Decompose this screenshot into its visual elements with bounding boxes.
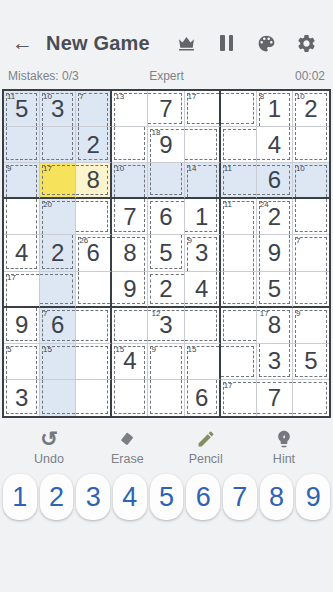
cage-sum: 10 bbox=[296, 92, 305, 101]
crown-icon[interactable] bbox=[176, 33, 197, 54]
cell-r1c8[interactable]: 81 bbox=[257, 91, 293, 127]
cell-r3c7[interactable]: 11 bbox=[221, 163, 257, 199]
cell-r6c4[interactable]: 9 bbox=[112, 272, 148, 308]
cell-r4c4[interactable]: 7 bbox=[112, 199, 148, 235]
cell-r4c3[interactable] bbox=[76, 199, 112, 235]
cage-sum: 7 bbox=[79, 92, 83, 101]
cell-r2c7[interactable] bbox=[221, 127, 257, 163]
cell-r3c1[interactable]: 9 bbox=[4, 163, 40, 199]
cell-r3c4[interactable]: 10 bbox=[112, 163, 148, 199]
lightbulb-icon bbox=[274, 428, 294, 450]
undo-button[interactable]: ↺ Undo bbox=[14, 428, 84, 466]
numpad-8[interactable]: 8 bbox=[260, 474, 294, 520]
numpad-7[interactable]: 7 bbox=[223, 474, 257, 520]
cell-r5c1[interactable]: 4 bbox=[4, 235, 40, 271]
timer: 00:02 bbox=[219, 69, 325, 83]
cage-sum: 9 bbox=[151, 345, 155, 354]
cell-r5c6[interactable]: 93 bbox=[185, 235, 221, 271]
cell-r8c9[interactable]: 5 bbox=[293, 344, 329, 380]
cell-r6c3[interactable] bbox=[76, 272, 112, 308]
cell-r7c3[interactable] bbox=[76, 308, 112, 344]
cage-sum: 20 bbox=[43, 200, 52, 209]
cell-r2c4[interactable] bbox=[112, 127, 148, 163]
cell-r6c2[interactable] bbox=[40, 272, 76, 308]
cage-sum: 17 bbox=[43, 164, 52, 173]
cell-r4c7[interactable]: 11 bbox=[221, 199, 257, 235]
cage-sum: 11 bbox=[7, 92, 15, 101]
cell-r4c8[interactable]: 242 bbox=[257, 199, 293, 235]
cell-r5c5[interactable]: 5 bbox=[148, 235, 184, 271]
cage-sum: 26 bbox=[79, 236, 88, 245]
numpad-5[interactable]: 5 bbox=[150, 474, 184, 520]
hint-button[interactable]: Hint bbox=[249, 428, 319, 466]
numpad: 123456789 bbox=[0, 474, 333, 520]
cell-r8c3[interactable] bbox=[76, 344, 112, 380]
difficulty-label: Expert bbox=[114, 69, 220, 83]
numpad-2[interactable]: 2 bbox=[40, 474, 74, 520]
cell-value: 9 bbox=[112, 272, 147, 306]
sudoku-board: 1151037137178110221894917810141161020761… bbox=[2, 89, 331, 418]
cage-sum: 24 bbox=[260, 200, 269, 209]
cell-value: 3 bbox=[257, 344, 292, 379]
cage-sum: 7 bbox=[296, 236, 300, 245]
pause-icon[interactable] bbox=[216, 33, 237, 54]
cage-sum: 12 bbox=[151, 309, 160, 318]
cell-r3c9[interactable]: 10 bbox=[293, 163, 329, 199]
cell-r9c9[interactable] bbox=[293, 380, 329, 416]
cage-sum: 9 bbox=[7, 164, 11, 173]
cage-sum: 10 bbox=[296, 164, 305, 173]
undo-icon: ↺ bbox=[40, 428, 58, 450]
cell-r9c4[interactable] bbox=[112, 380, 148, 416]
cell-r6c8[interactable]: 5 bbox=[257, 272, 293, 308]
cell-value: 5 bbox=[148, 235, 183, 270]
palette-icon[interactable] bbox=[256, 33, 277, 54]
cage-sum: 9 bbox=[188, 236, 192, 245]
numpad-6[interactable]: 6 bbox=[186, 474, 220, 520]
cell-r4c2[interactable]: 20 bbox=[40, 199, 76, 235]
cell-r9c7[interactable]: 17 bbox=[221, 380, 257, 416]
cage-sum: 11 bbox=[224, 200, 232, 209]
cage-sum: 7 bbox=[43, 309, 47, 318]
cell-r6c6[interactable]: 4 bbox=[185, 272, 221, 308]
cell-value: 3 bbox=[4, 380, 39, 416]
cell-value: 1 bbox=[185, 199, 219, 234]
cell-r9c3[interactable] bbox=[76, 380, 112, 416]
status-bar: Mistakes: 0/3 Expert 00:02 bbox=[8, 68, 325, 84]
cell-r4c1[interactable] bbox=[4, 199, 40, 235]
cell-r9c1[interactable]: 3 bbox=[4, 380, 40, 416]
cage-sum: 5 bbox=[7, 345, 11, 354]
cell-r4c5[interactable]: 6 bbox=[148, 199, 184, 235]
page-title: New Game bbox=[46, 32, 150, 55]
cell-r2c3[interactable]: 2 bbox=[76, 127, 112, 163]
header: ← New Game bbox=[12, 26, 321, 60]
cage-sum: 17 bbox=[188, 92, 197, 101]
cell-value: 7 bbox=[257, 380, 292, 416]
cell-r9c5[interactable] bbox=[148, 380, 184, 416]
cell-r1c7[interactable] bbox=[221, 91, 257, 127]
cage-sum: 18 bbox=[151, 128, 160, 137]
cell-r7c1[interactable]: 9 bbox=[4, 308, 40, 344]
cell-r5c4[interactable]: 8 bbox=[112, 235, 148, 271]
cell-r1c4[interactable]: 13 bbox=[112, 91, 148, 127]
killer-sudoku-app: ← New Game Mistakes: 0/3 Expert 00:02 11… bbox=[0, 0, 333, 592]
hint-label: Hint bbox=[273, 452, 295, 466]
cell-r6c5[interactable]: 2 bbox=[148, 272, 184, 308]
pencil-label: Pencil bbox=[189, 452, 223, 466]
cell-r3c5[interactable] bbox=[148, 163, 184, 199]
cage-sum: 17 bbox=[224, 381, 233, 390]
cell-r2c5[interactable]: 189 bbox=[148, 127, 184, 163]
numpad-9[interactable]: 9 bbox=[296, 474, 330, 520]
cage-sum: 10 bbox=[115, 164, 124, 173]
cell-value: 2 bbox=[148, 272, 183, 306]
cell-value: 8 bbox=[112, 235, 147, 270]
cell-value: 6 bbox=[185, 380, 219, 416]
cell-value: 5 bbox=[293, 344, 329, 379]
undo-label: Undo bbox=[34, 452, 64, 466]
cell-r2c8[interactable]: 4 bbox=[257, 127, 293, 163]
cell-r1c2[interactable]: 103 bbox=[40, 91, 76, 127]
cell-r9c6[interactable]: 6 bbox=[185, 380, 221, 416]
cell-value: 7 bbox=[112, 199, 147, 234]
cell-r7c5[interactable]: 123 bbox=[148, 308, 184, 344]
cage-sum: 15 bbox=[43, 345, 52, 354]
cage-sum: 15 bbox=[188, 345, 197, 354]
cell-r1c1[interactable]: 115 bbox=[4, 91, 40, 127]
cell-value: 5 bbox=[257, 272, 292, 306]
cell-value: 7 bbox=[148, 91, 183, 126]
cell-r6c7[interactable] bbox=[221, 272, 257, 308]
erase-label: Erase bbox=[111, 452, 144, 466]
cage-sum: 10 bbox=[43, 92, 52, 101]
cell-r5c3[interactable]: 266 bbox=[76, 235, 112, 271]
cell-value: 4 bbox=[257, 127, 292, 162]
cell-r5c8[interactable]: 9 bbox=[257, 235, 293, 271]
cell-value: 9 bbox=[257, 235, 292, 270]
cell-r8c4[interactable]: 154 bbox=[112, 344, 148, 380]
cell-r7c8[interactable]: 178 bbox=[257, 308, 293, 344]
cell-r8c8[interactable]: 3 bbox=[257, 344, 293, 380]
cell-r8c5[interactable]: 9 bbox=[148, 344, 184, 380]
toolbar: ↺ Undo Erase Pencil Hint bbox=[14, 428, 319, 466]
cell-r3c8[interactable]: 6 bbox=[257, 163, 293, 199]
cell-r3c6[interactable]: 14 bbox=[185, 163, 221, 199]
cell-r7c6[interactable] bbox=[185, 308, 221, 344]
cell-r2c2[interactable] bbox=[40, 127, 76, 163]
cell-value: 9 bbox=[4, 308, 39, 343]
numpad-4[interactable]: 4 bbox=[113, 474, 147, 520]
cell-r7c7[interactable] bbox=[221, 308, 257, 344]
cell-r1c6[interactable]: 17 bbox=[185, 91, 221, 127]
eraser-icon bbox=[117, 428, 137, 450]
cage-sum: 9 bbox=[296, 309, 300, 318]
cell-r1c5[interactable]: 7 bbox=[148, 91, 184, 127]
cell-r6c9[interactable] bbox=[293, 272, 329, 308]
numpad-1[interactable]: 1 bbox=[3, 474, 37, 520]
erase-button[interactable]: Erase bbox=[92, 428, 162, 466]
cell-r8c1[interactable]: 5 bbox=[4, 344, 40, 380]
cell-r3c3[interactable]: 8 bbox=[76, 163, 112, 199]
cell-r6c1[interactable]: 17 bbox=[4, 272, 40, 308]
cell-r7c9[interactable]: 9 bbox=[293, 308, 329, 344]
pencil-icon bbox=[196, 428, 216, 450]
cell-r2c9[interactable] bbox=[293, 127, 329, 163]
cell-value: 2 bbox=[40, 235, 75, 270]
cell-r5c9[interactable]: 7 bbox=[293, 235, 329, 271]
cage-sum: 8 bbox=[260, 92, 264, 101]
cell-r2c6[interactable] bbox=[185, 127, 221, 163]
cell-r5c2[interactable]: 2 bbox=[40, 235, 76, 271]
cage-sum: 14 bbox=[188, 164, 197, 173]
cell-value: 2 bbox=[76, 127, 110, 162]
cell-r4c6[interactable]: 1 bbox=[185, 199, 221, 235]
cage-sum: 11 bbox=[224, 164, 232, 173]
cell-value: 8 bbox=[76, 163, 110, 197]
cell-r9c2[interactable] bbox=[40, 380, 76, 416]
cell-r7c4[interactable] bbox=[112, 308, 148, 344]
numpad-3[interactable]: 3 bbox=[76, 474, 110, 520]
pencil-button[interactable]: Pencil bbox=[171, 428, 241, 466]
cell-r8c6[interactable]: 15 bbox=[185, 344, 221, 380]
cell-r9c8[interactable]: 7 bbox=[257, 380, 293, 416]
cell-r4c9[interactable] bbox=[293, 199, 329, 235]
cell-r2c1[interactable] bbox=[4, 127, 40, 163]
back-icon[interactable]: ← bbox=[12, 31, 38, 55]
mistakes-counter: Mistakes: 0/3 bbox=[8, 69, 114, 83]
gear-icon[interactable] bbox=[296, 33, 317, 54]
cell-r3c2[interactable]: 17 bbox=[40, 163, 76, 199]
cell-r1c3[interactable]: 7 bbox=[76, 91, 112, 127]
cell-r8c7[interactable] bbox=[221, 344, 257, 380]
cell-value: 6 bbox=[148, 199, 183, 234]
cage-sum: 17 bbox=[7, 273, 16, 282]
cell-r1c9[interactable]: 102 bbox=[293, 91, 329, 127]
cage-sum: 13 bbox=[115, 92, 124, 101]
cell-r5c7[interactable] bbox=[221, 235, 257, 271]
cell-r8c2[interactable]: 15 bbox=[40, 344, 76, 380]
cage-sum: 17 bbox=[260, 309, 269, 318]
cell-value: 4 bbox=[185, 272, 219, 306]
cell-value: 4 bbox=[4, 235, 39, 270]
cage-sum: 15 bbox=[115, 345, 124, 354]
cell-value: 6 bbox=[257, 163, 292, 197]
cell-r7c2[interactable]: 76 bbox=[40, 308, 76, 344]
